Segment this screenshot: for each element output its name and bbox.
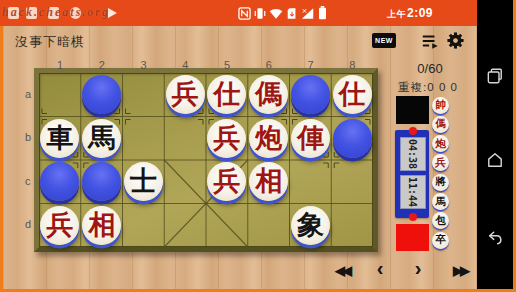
- row-label-a: a: [25, 88, 31, 100]
- captured-piece-將: 將: [432, 174, 449, 191]
- captured-piece-帥: 帥: [432, 97, 449, 114]
- nfc-icon: [238, 7, 251, 20]
- captured-piece-character: 將: [435, 175, 446, 189]
- cell-c4[interactable]: [164, 160, 206, 204]
- cell-d2[interactable]: 相: [81, 204, 123, 248]
- piece-b7-red-俥[interactable]: 俥: [291, 119, 330, 158]
- cell-a1[interactable]: [39, 73, 81, 117]
- previous-move-button[interactable]: ‹: [372, 257, 388, 280]
- piece-c1-facedown[interactable]: [40, 162, 79, 201]
- turn-indicator-dot-top: [409, 127, 417, 135]
- cell-d4[interactable]: [164, 204, 206, 248]
- piece-character: 相: [88, 205, 115, 244]
- piece-character: 仕: [339, 74, 366, 113]
- col-label-3: 3: [140, 59, 146, 71]
- cell-c6[interactable]: 相: [248, 160, 290, 204]
- piece-character: 兵: [213, 161, 240, 200]
- piece-c3-black-士[interactable]: 士: [124, 162, 163, 201]
- repeat-counter: 重複:0 0 0: [390, 80, 466, 95]
- home-button-icon[interactable]: [487, 152, 503, 168]
- cell-a4[interactable]: 兵: [164, 73, 206, 117]
- cell-c2[interactable]: [81, 160, 123, 204]
- piece-character: 仕: [213, 74, 240, 113]
- piece-b8-facedown[interactable]: [333, 119, 372, 158]
- captured-piece-馬: 馬: [432, 193, 449, 210]
- row-label-b: b: [25, 131, 31, 143]
- col-label-5: 5: [224, 59, 230, 71]
- cell-b2[interactable]: 馬: [81, 117, 123, 161]
- red-player-tray: [396, 224, 429, 251]
- piece-d1-red-兵[interactable]: 兵: [40, 206, 79, 245]
- captured-piece-character: 傌: [435, 117, 446, 131]
- piece-a2-facedown[interactable]: [82, 75, 121, 114]
- wifi-icon: [269, 7, 283, 20]
- piece-c6-red-相[interactable]: 相: [249, 162, 288, 201]
- cell-c8[interactable]: [331, 160, 373, 204]
- new-badge[interactable]: NEW: [372, 33, 396, 48]
- piece-a5-red-仕[interactable]: 仕: [207, 75, 246, 114]
- cell-a6[interactable]: 傌: [248, 73, 290, 117]
- cell-a8[interactable]: 仕: [331, 73, 373, 117]
- piece-b6-red-炮[interactable]: 炮: [249, 119, 288, 158]
- row-label-d: d: [25, 218, 31, 230]
- piece-character: 馬: [88, 118, 115, 157]
- piece-character: 炮: [255, 118, 282, 157]
- rewind-button[interactable]: ◀◀: [328, 263, 356, 278]
- piece-character: 士: [130, 161, 157, 200]
- banqi-board: 兵仕傌仕車馬兵炮俥士兵相兵相象: [34, 68, 378, 252]
- captured-piece-character: 卒: [435, 233, 446, 247]
- fast-forward-button[interactable]: ▶▶: [446, 263, 474, 278]
- overview-button-icon[interactable]: [487, 68, 503, 84]
- playlist-menu-icon[interactable]: [421, 32, 439, 50]
- timer-red-value: 11:44: [400, 176, 424, 208]
- cell-b8[interactable]: [331, 117, 373, 161]
- timer-black: 04:38: [400, 137, 426, 171]
- piece-character: 車: [46, 118, 73, 157]
- cell-c7[interactable]: [290, 160, 332, 204]
- piece-character: 兵: [172, 74, 199, 113]
- move-counter: 0/60: [404, 61, 456, 76]
- battery-icon: [318, 6, 327, 20]
- captured-piece-character: 帥: [435, 98, 446, 112]
- captured-piece-卒: 卒: [432, 232, 449, 249]
- cell-b3[interactable]: [123, 117, 165, 161]
- cell-d7[interactable]: 象: [290, 204, 332, 248]
- row-label-c: c: [25, 175, 31, 187]
- col-label-6: 6: [266, 59, 272, 71]
- app-title: 沒事下暗棋: [15, 33, 85, 51]
- piece-a4-red-兵[interactable]: 兵: [166, 75, 205, 114]
- cell-a2[interactable]: [81, 73, 123, 117]
- piece-c2-facedown[interactable]: [82, 162, 121, 201]
- col-label-8: 8: [349, 59, 355, 71]
- cell-c3[interactable]: 士: [123, 160, 165, 204]
- title-bar: 沒事下暗棋 NEW: [3, 26, 477, 56]
- piece-d2-red-相[interactable]: 相: [82, 206, 121, 245]
- turn-indicator-dot-bottom: [409, 213, 417, 221]
- piece-b5-red-兵[interactable]: 兵: [207, 119, 246, 158]
- cell-a3[interactable]: [123, 73, 165, 117]
- signal-icon: [301, 7, 315, 20]
- cell-b6[interactable]: 炮: [248, 117, 290, 161]
- timer-red: 11:44: [400, 175, 426, 209]
- cell-d3[interactable]: [123, 204, 165, 248]
- captured-piece-character: 兵: [435, 156, 446, 170]
- android-nav-bar: [477, 0, 513, 289]
- sim-download-icon: [286, 7, 298, 20]
- captured-piece-character: 包: [435, 214, 446, 228]
- cell-a7[interactable]: [290, 73, 332, 117]
- captured-piece-character: 馬: [435, 195, 446, 209]
- piece-a6-red-傌[interactable]: 傌: [249, 75, 288, 114]
- timer-panel: 04:38 11:44: [395, 130, 429, 218]
- captured-piece-傌: 傌: [432, 116, 449, 133]
- cell-d1[interactable]: 兵: [39, 204, 81, 248]
- vibrate-icon: [254, 7, 266, 20]
- piece-b2-black-馬[interactable]: 馬: [82, 119, 121, 158]
- piece-character: 傌: [255, 74, 282, 113]
- captured-piece-character: 炮: [435, 137, 446, 151]
- piece-character: 象: [297, 205, 324, 244]
- col-label-7: 7: [307, 59, 313, 71]
- cell-d8[interactable]: [331, 204, 373, 248]
- cell-a5[interactable]: 仕: [206, 73, 248, 117]
- col-label-1: 1: [57, 59, 63, 71]
- piece-a8-red-仕[interactable]: 仕: [333, 75, 372, 114]
- cell-b4[interactable]: [164, 117, 206, 161]
- piece-character: 兵: [213, 118, 240, 157]
- piece-character: 俥: [297, 118, 324, 157]
- piece-b1-black-車[interactable]: 車: [40, 119, 79, 158]
- col-label-4: 4: [182, 59, 188, 71]
- piece-character: 相: [255, 161, 282, 200]
- cell-c1[interactable]: [39, 160, 81, 204]
- piece-c5-red-兵[interactable]: 兵: [207, 162, 246, 201]
- captured-piece-炮: 炮: [432, 135, 449, 152]
- settings-gear-icon[interactable]: [446, 31, 465, 50]
- timer-black-value: 04:38: [400, 138, 424, 170]
- piece-character: 兵: [46, 205, 73, 244]
- next-move-button[interactable]: ›: [410, 257, 426, 280]
- cell-c5[interactable]: 兵: [206, 160, 248, 204]
- piece-d7-black-象[interactable]: 象: [291, 206, 330, 245]
- cell-d6[interactable]: [248, 204, 290, 248]
- cell-b7[interactable]: 俥: [290, 117, 332, 161]
- cell-d5[interactable]: [206, 204, 248, 248]
- col-label-2: 2: [99, 59, 105, 71]
- piece-a7-facedown[interactable]: [291, 75, 330, 114]
- cell-b5[interactable]: 兵: [206, 117, 248, 161]
- cell-b1[interactable]: 車: [39, 117, 81, 161]
- black-player-tray: [396, 96, 429, 124]
- back-button-icon[interactable]: [487, 230, 503, 246]
- status-time: 上午2:09: [387, 6, 433, 21]
- watermark-text: hack.cheats.org: [2, 5, 110, 20]
